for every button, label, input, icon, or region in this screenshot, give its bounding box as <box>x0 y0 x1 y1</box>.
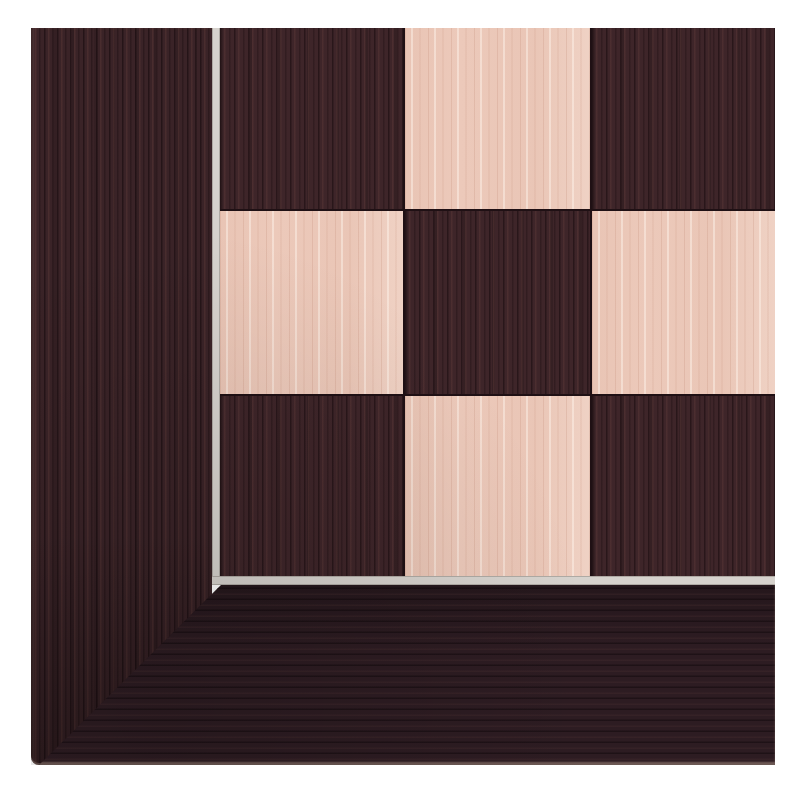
chessboard-corner <box>31 28 775 765</box>
square-c2 <box>592 211 775 394</box>
square-c3 <box>592 28 775 209</box>
inlay-line-horizontal <box>212 576 775 585</box>
inlay-line-vertical <box>212 28 220 585</box>
square-a2 <box>220 211 403 394</box>
square-a3 <box>220 28 403 209</box>
squares-grid <box>220 28 775 576</box>
square-c1 <box>592 396 775 576</box>
square-b2 <box>405 211 590 394</box>
square-b3 <box>405 28 590 209</box>
square-b1 <box>405 396 590 576</box>
square-a1 <box>220 396 403 576</box>
board-photo <box>0 0 806 800</box>
